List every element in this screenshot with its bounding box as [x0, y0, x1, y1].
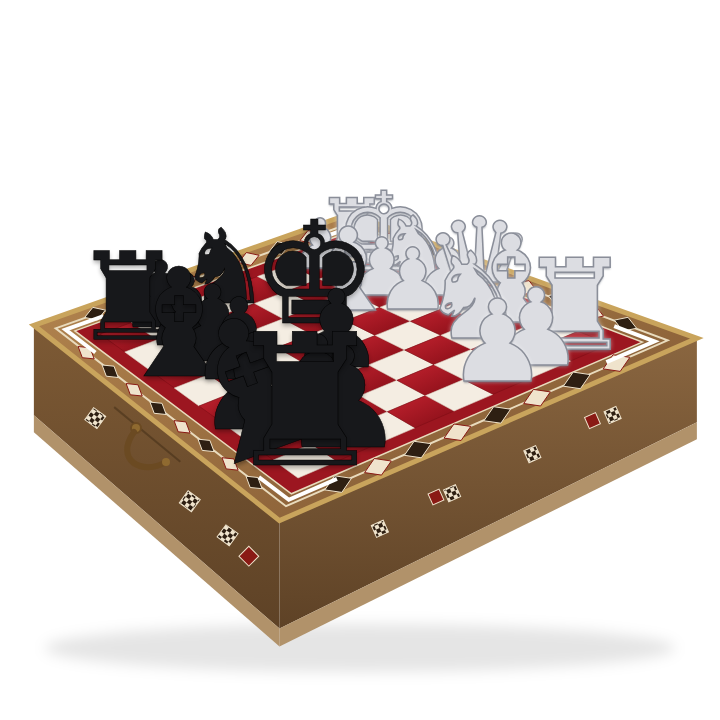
handle-knob: [162, 458, 170, 466]
black-rook[interactable]: ♜: [213, 310, 396, 493]
ground-shadow: [45, 624, 675, 672]
chess-set-photo: ♜♟♞♟♝♟♚♟♟♟♝♟♜♟♟♜♚♞♟♝♟♟♛♞♝♟♟♜: [0, 0, 720, 720]
white-pawn[interactable]: ♟: [441, 285, 555, 399]
